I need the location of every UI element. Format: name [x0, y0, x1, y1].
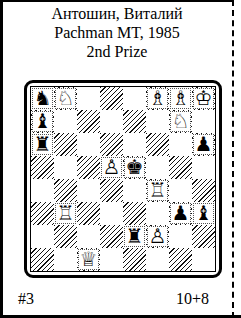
square-b8: ♘	[54, 87, 77, 110]
square-a8: ♞	[31, 87, 54, 110]
black-bishop-icon: ♝	[195, 202, 213, 225]
square-f7	[146, 110, 169, 133]
square-g8: ♗	[169, 87, 192, 110]
board-grid: ♞♘♗♗♔♝♘♜♟♙♚♖♖♟♝♜♙♕	[31, 87, 215, 271]
black-bishop-icon: ♝	[34, 110, 52, 133]
black-rook-icon: ♜	[126, 225, 144, 248]
square-h1	[192, 248, 215, 271]
square-c1: ♕	[77, 248, 100, 271]
square-c2	[77, 225, 100, 248]
square-e6	[123, 133, 146, 156]
square-b6	[54, 133, 77, 156]
square-e2: ♜	[123, 225, 146, 248]
square-f2: ♙	[146, 225, 169, 248]
square-h2	[192, 225, 215, 248]
white-pawn-icon: ♙	[149, 225, 167, 248]
square-f4: ♖	[146, 179, 169, 202]
black-pawn-icon: ♟	[195, 133, 213, 156]
square-f8: ♗	[146, 87, 169, 110]
white-pawn-icon: ♙	[103, 156, 121, 179]
white-rook-icon: ♖	[149, 179, 167, 202]
square-d8	[100, 87, 123, 110]
square-d1	[100, 248, 123, 271]
square-c6	[77, 133, 100, 156]
square-a6: ♜	[31, 133, 54, 156]
square-f5	[146, 156, 169, 179]
square-h3: ♝	[192, 202, 215, 225]
white-rook-icon: ♖	[57, 202, 75, 225]
chess-board: ♞♘♗♗♔♝♘♜♟♙♚♖♖♟♝♜♙♕	[24, 80, 222, 278]
white-knight-icon: ♘	[57, 87, 75, 110]
white-bishop-icon: ♗	[172, 87, 190, 110]
white-bishop-icon: ♗	[149, 87, 167, 110]
square-a4	[31, 179, 54, 202]
square-f6	[146, 133, 169, 156]
author-name: Антошин, Виталий	[3, 4, 231, 23]
black-rook-icon: ♜	[34, 133, 52, 156]
square-g7: ♘	[169, 110, 192, 133]
square-a3	[31, 202, 54, 225]
square-a2	[31, 225, 54, 248]
square-g4	[169, 179, 192, 202]
distinction: 2nd Prize	[3, 42, 231, 61]
square-b3: ♖	[54, 202, 77, 225]
tourney-source: Pachman MT, 1985	[3, 23, 231, 42]
square-g1	[169, 248, 192, 271]
square-g5	[169, 156, 192, 179]
square-e7	[123, 110, 146, 133]
square-h6: ♟	[192, 133, 215, 156]
problem-header: Антошин, Виталий Pachman MT, 1985 2nd Pr…	[3, 4, 231, 61]
square-c4	[77, 179, 100, 202]
square-e8	[123, 87, 146, 110]
square-h4	[192, 179, 215, 202]
square-g2	[169, 225, 192, 248]
square-g6	[169, 133, 192, 156]
square-d2	[100, 225, 123, 248]
white-king-icon: ♔	[195, 87, 213, 110]
square-b2	[54, 225, 77, 248]
square-b7	[54, 110, 77, 133]
square-b1	[54, 248, 77, 271]
square-b4	[54, 179, 77, 202]
white-queen-icon: ♕	[80, 248, 98, 271]
board-inner-border: ♞♘♗♗♔♝♘♜♟♙♚♖♖♟♝♜♙♕	[30, 86, 216, 272]
square-h7	[192, 110, 215, 133]
square-b5	[54, 156, 77, 179]
black-knight-icon: ♞	[34, 87, 52, 110]
square-e4	[123, 179, 146, 202]
frame-border-right-dashed	[232, 0, 234, 318]
square-d6	[100, 133, 123, 156]
black-king-icon: ♚	[126, 156, 144, 179]
square-c3	[77, 202, 100, 225]
square-a7: ♝	[31, 110, 54, 133]
black-pawn-icon: ♟	[172, 202, 190, 225]
square-e3	[123, 202, 146, 225]
frame-border-top	[0, 0, 234, 2]
white-knight-icon: ♘	[172, 110, 190, 133]
square-c8	[77, 87, 100, 110]
square-d4	[100, 179, 123, 202]
stipulation-mate-in-3: #3	[18, 289, 34, 309]
square-e1	[123, 248, 146, 271]
square-g3: ♟	[169, 202, 192, 225]
square-d5: ♙	[100, 156, 123, 179]
square-a5	[31, 156, 54, 179]
square-a1	[31, 248, 54, 271]
problem-card: Антошин, Виталий Pachman MT, 1985 2nd Pr…	[0, 0, 241, 318]
square-h8: ♔	[192, 87, 215, 110]
problem-footer: #3 10+8	[3, 289, 232, 309]
square-d3	[100, 202, 123, 225]
square-e5: ♚	[123, 156, 146, 179]
square-d7	[100, 110, 123, 133]
square-c5	[77, 156, 100, 179]
square-h5	[192, 156, 215, 179]
material-count: 10+8	[176, 289, 209, 309]
square-c7	[77, 110, 100, 133]
square-f1	[146, 248, 169, 271]
square-f3	[146, 202, 169, 225]
